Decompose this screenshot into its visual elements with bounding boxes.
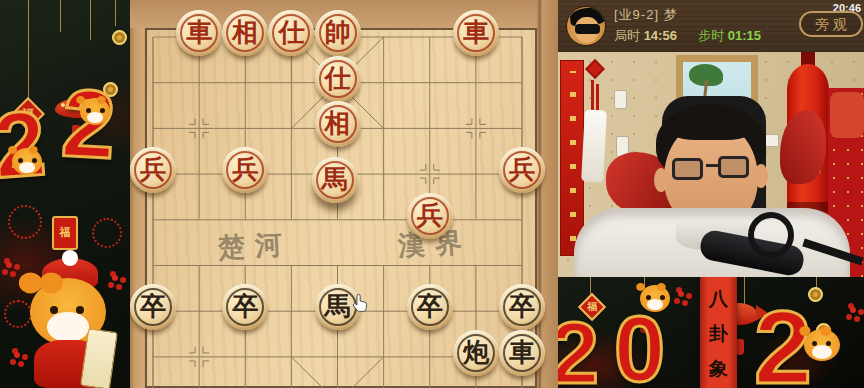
palm-tree-mural	[689, 64, 723, 86]
hanging-thread	[744, 277, 745, 305]
chinese-knot-icon	[585, 59, 605, 79]
banner-char: 八	[700, 286, 737, 312]
game-time-value: 14:56	[644, 28, 677, 43]
firework-icon	[8, 205, 42, 239]
piece-character: 兵	[499, 147, 545, 193]
glasses-left-lens	[672, 158, 703, 180]
piece-red-相[interactable]: 相	[222, 10, 268, 56]
hanging-thread	[90, 0, 91, 40]
piece-red-車[interactable]: 車	[453, 10, 499, 56]
tiger-face-icon	[804, 329, 840, 361]
piece-red-兵[interactable]: 兵	[499, 147, 545, 193]
piece-black-車[interactable]: 車	[499, 330, 545, 376]
bottom-decor-band: 福 2 0 八 卦 象 2	[558, 277, 864, 388]
spectate-button[interactable]: 旁观	[799, 11, 863, 37]
banner-char: 卦	[700, 321, 737, 347]
piece-character: 仕	[315, 56, 361, 102]
hanging-thread	[28, 0, 29, 105]
red-cushion	[830, 92, 864, 138]
river-text-left: 楚河	[217, 226, 293, 266]
mouse-hand-cursor	[351, 293, 369, 313]
piece-red-馬[interactable]: 馬	[312, 157, 358, 203]
opponent-info-bar: [业9-2] 梦 局时 14:56 步时 01:15 20:46 旁观	[558, 0, 864, 52]
piece-black-炮[interactable]: 炮	[453, 330, 499, 376]
player-name: [业9-2] 梦	[614, 6, 678, 24]
firework-icon	[92, 218, 122, 248]
piece-red-仕[interactable]: 仕	[268, 10, 314, 56]
piece-red-車[interactable]: 車	[176, 10, 222, 56]
piece-character: 仕	[268, 10, 314, 56]
piece-black-卒[interactable]: 卒	[407, 284, 453, 330]
piece-character: 炮	[453, 330, 499, 376]
piece-character: 馬	[312, 157, 358, 203]
piece-character: 卒	[407, 284, 453, 330]
piece-character: 兵	[130, 147, 176, 193]
game-time-label: 局时	[614, 28, 640, 43]
piece-character: 帥	[315, 10, 361, 56]
coin-charm-icon	[112, 30, 127, 45]
streamer-ear	[654, 168, 668, 192]
piece-red-仕[interactable]: 仕	[315, 56, 361, 102]
piece-character: 相	[222, 10, 268, 56]
piece-red-兵[interactable]: 兵	[222, 147, 268, 193]
glasses-bridge	[706, 164, 718, 167]
vertical-banner: 八 卦 象	[700, 277, 737, 388]
mic-shock-mount	[748, 212, 794, 258]
timers: 局时 14:56 步时 01:15	[614, 27, 761, 45]
piece-red-兵[interactable]: 兵	[130, 147, 176, 193]
piece-red-兵[interactable]: 兵	[407, 193, 453, 239]
piece-character: 兵	[222, 147, 268, 193]
tiger-face-icon	[12, 148, 42, 175]
plum-blossom-icon	[14, 352, 20, 358]
piece-character: 兵	[407, 193, 453, 239]
right-panel: [业9-2] 梦 局时 14:56 步时 01:15 20:46 旁观	[558, 0, 864, 388]
xiangqi-board[interactable]: 楚河 漢界 車相仕帥車仕相兵兵馬兵兵卒卒馬卒卒炮車	[130, 0, 558, 388]
piece-black-卒[interactable]: 卒	[499, 284, 545, 330]
tassel-icon	[736, 339, 744, 355]
piece-character: 卒	[222, 284, 268, 330]
plum-blossom-icon	[6, 262, 12, 268]
plum-blossom-icon	[678, 291, 684, 297]
avatar-sunglasses	[576, 25, 599, 33]
tiger-face-icon	[640, 285, 670, 312]
towel	[581, 109, 607, 182]
firework-icon	[4, 300, 32, 328]
player-avatar[interactable]	[566, 6, 606, 46]
tiger-face-icon	[80, 98, 110, 125]
stream-screen: 福 2 2 福 楚河 漢界 車相仕帥車仕相兵兵馬兵兵卒卒	[0, 0, 864, 388]
left-decor-strip: 福 2 2 福	[0, 0, 130, 388]
piece-character: 車	[176, 10, 222, 56]
piece-character: 卒	[130, 284, 176, 330]
piece-black-卒[interactable]: 卒	[222, 284, 268, 330]
piece-character: 相	[315, 101, 361, 147]
plum-blossom-icon	[112, 275, 118, 281]
digit-2: 2	[0, 96, 48, 191]
glasses-right-lens	[718, 156, 749, 178]
wall-couplet-banner	[560, 60, 584, 256]
webcam-feed	[558, 52, 864, 277]
digit-2: 2	[558, 309, 599, 388]
digit-2: 2	[754, 295, 812, 388]
hanging-thread	[115, 0, 116, 26]
piece-red-相[interactable]: 相	[315, 101, 361, 147]
digit-0: 0	[614, 303, 665, 388]
move-time-value: 01:15	[728, 28, 761, 43]
piece-black-卒[interactable]: 卒	[130, 284, 176, 330]
streamer-ear	[754, 164, 768, 188]
plum-blossom-icon	[850, 307, 856, 313]
streamer-fringe	[664, 114, 758, 140]
move-time-label: 步时	[698, 28, 724, 43]
light-switch	[614, 90, 627, 109]
banner-char: 象	[700, 356, 737, 382]
red-envelope-icon: 福	[52, 216, 78, 250]
hanging-thread	[60, 0, 61, 32]
piece-character: 車	[499, 330, 545, 376]
piece-character: 車	[453, 10, 499, 56]
piece-character: 卒	[499, 284, 545, 330]
piece-red-帥[interactable]: 帥	[315, 10, 361, 56]
